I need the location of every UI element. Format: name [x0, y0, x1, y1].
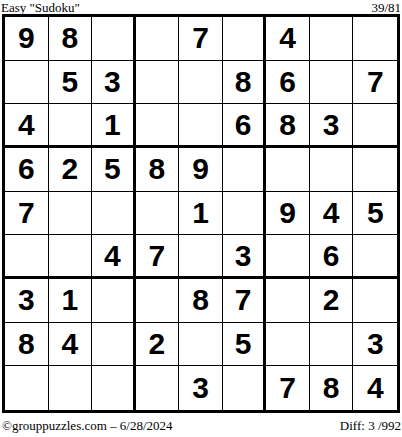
cell-r7c7-empty — [266, 279, 310, 323]
cell-r3c6-given: 6 — [223, 104, 267, 148]
cell-r9c3-empty — [92, 366, 136, 410]
cell-r4c3-given: 5 — [92, 148, 136, 192]
cell-r7c4-empty — [136, 279, 180, 323]
cell-r7c6-given: 7 — [223, 279, 267, 323]
cell-r1c1-given: 9 — [5, 17, 49, 61]
cell-r4c5-given: 9 — [179, 148, 223, 192]
cell-r1c7-given: 4 — [266, 17, 310, 61]
cell-r9c4-empty — [136, 366, 180, 410]
cell-r6c9-empty — [353, 235, 397, 279]
cell-r6c8-given: 6 — [310, 235, 354, 279]
cell-r3c4-empty — [136, 104, 180, 148]
cell-r2c6-given: 8 — [223, 61, 267, 105]
copyright-text: ©grouppuzzles.com – 6/28/2024 — [2, 419, 173, 433]
cell-r2c3-given: 3 — [92, 61, 136, 105]
cell-r6c7-empty — [266, 235, 310, 279]
cell-r8c1-given: 8 — [5, 323, 49, 367]
cell-r3c3-given: 1 — [92, 104, 136, 148]
cell-r1c8-empty — [310, 17, 354, 61]
cell-r6c5-empty — [179, 235, 223, 279]
cell-r2c9-given: 7 — [353, 61, 397, 105]
cell-r5c2-empty — [49, 192, 93, 236]
cell-r8c2-given: 4 — [49, 323, 93, 367]
cell-r8c8-empty — [310, 323, 354, 367]
cell-r3c9-empty — [353, 104, 397, 148]
cell-r4c8-empty — [310, 148, 354, 192]
cell-r2c7-given: 6 — [266, 61, 310, 105]
sudoku-page: Easy "Sudoku" 39/81 98745386741683625897… — [0, 0, 402, 437]
cell-r9c5-given: 3 — [179, 366, 223, 410]
cell-r7c1-given: 3 — [5, 279, 49, 323]
cell-r3c8-given: 3 — [310, 104, 354, 148]
cell-r8c3-empty — [92, 323, 136, 367]
cell-r5c7-given: 9 — [266, 192, 310, 236]
cell-r9c2-empty — [49, 366, 93, 410]
cell-r7c9-empty — [353, 279, 397, 323]
cell-r2c1-empty — [5, 61, 49, 105]
cell-r2c8-empty — [310, 61, 354, 105]
cell-r3c7-given: 8 — [266, 104, 310, 148]
cell-r1c2-given: 8 — [49, 17, 93, 61]
cell-r2c4-empty — [136, 61, 180, 105]
cell-r5c5-given: 1 — [179, 192, 223, 236]
footer: ©grouppuzzles.com – 6/28/2024 Diff: 3 /9… — [0, 419, 402, 433]
cell-r8c6-given: 5 — [223, 323, 267, 367]
cell-r1c5-given: 7 — [179, 17, 223, 61]
cell-r1c6-empty — [223, 17, 267, 61]
cell-r4c9-empty — [353, 148, 397, 192]
cell-r5c9-given: 5 — [353, 192, 397, 236]
cell-r4c4-given: 8 — [136, 148, 180, 192]
cell-r4c1-given: 6 — [5, 148, 49, 192]
cell-counter: 39/81 — [371, 1, 401, 14]
cell-r9c9-given: 4 — [353, 366, 397, 410]
cell-r4c6-empty — [223, 148, 267, 192]
cell-r8c5-empty — [179, 323, 223, 367]
cell-r1c3-empty — [92, 17, 136, 61]
cell-r6c6-given: 3 — [223, 235, 267, 279]
cell-r4c7-empty — [266, 148, 310, 192]
cell-r6c1-empty — [5, 235, 49, 279]
cell-r8c4-given: 2 — [136, 323, 180, 367]
cell-r3c1-given: 4 — [5, 104, 49, 148]
cell-r5c8-given: 4 — [310, 192, 354, 236]
cell-r9c8-given: 8 — [310, 366, 354, 410]
cell-r6c4-given: 7 — [136, 235, 180, 279]
cell-r1c9-empty — [353, 17, 397, 61]
cell-r9c6-empty — [223, 366, 267, 410]
cell-r7c8-given: 2 — [310, 279, 354, 323]
cell-r6c3-given: 4 — [92, 235, 136, 279]
cell-r5c3-empty — [92, 192, 136, 236]
cell-r4c2-given: 2 — [49, 148, 93, 192]
cell-r7c5-given: 8 — [179, 279, 223, 323]
cell-r8c7-empty — [266, 323, 310, 367]
cell-r3c2-empty — [49, 104, 93, 148]
cell-r8c9-given: 3 — [353, 323, 397, 367]
cell-r6c2-empty — [49, 235, 93, 279]
header: Easy "Sudoku" 39/81 — [0, 0, 402, 14]
cell-r3c5-empty — [179, 104, 223, 148]
puzzle-title: Easy "Sudoku" — [1, 1, 80, 14]
cell-r7c3-empty — [92, 279, 136, 323]
cell-r5c6-empty — [223, 192, 267, 236]
cell-r2c2-given: 5 — [49, 61, 93, 105]
cell-r9c7-given: 7 — [266, 366, 310, 410]
difficulty-text: Diff: 3 /992 — [340, 419, 401, 433]
cell-r5c4-empty — [136, 192, 180, 236]
cell-r5c1-given: 7 — [5, 192, 49, 236]
cell-r2c5-empty — [179, 61, 223, 105]
cell-r7c2-given: 1 — [49, 279, 93, 323]
cell-r9c1-empty — [5, 366, 49, 410]
cell-r1c4-empty — [136, 17, 180, 61]
sudoku-board: 9874538674168362589719454736318728425337… — [2, 14, 400, 413]
